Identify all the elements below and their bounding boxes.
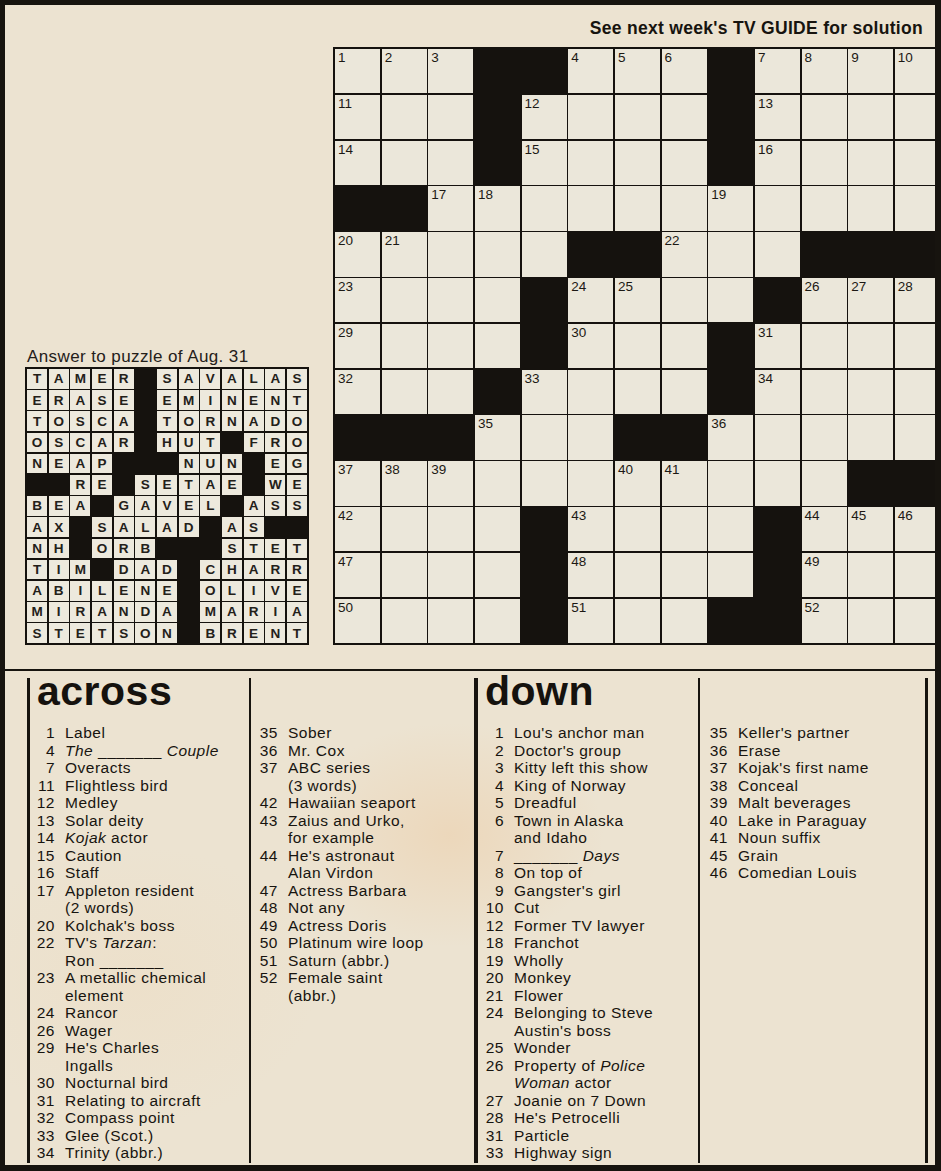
grid-cell-r3c7[interactable] — [615, 141, 660, 185]
clue-number-28: 28 — [898, 279, 913, 294]
grid-cell-r7c8[interactable] — [662, 324, 707, 368]
across-clue-14: 14Kojak actor — [33, 829, 247, 847]
grid-cell-r6c4[interactable] — [475, 278, 520, 322]
across-clue-34: 34Trinity (abbr.) — [33, 1144, 247, 1162]
grid-cell-r4c11[interactable] — [802, 186, 847, 230]
grid-cell-r2c1[interactable]: 11 — [335, 95, 380, 139]
grid-cell-r5c12 — [848, 232, 893, 276]
across-clue-text-22: TV's Tarzan:Ron _______ — [65, 934, 164, 969]
clue-number-35: 35 — [478, 416, 493, 431]
grid-cell-r12c12[interactable] — [848, 553, 893, 597]
grid-cell-r5c4[interactable] — [475, 232, 520, 276]
grid-cell-r5c2[interactable]: 21 — [382, 232, 427, 276]
grid-cell-r7c2[interactable] — [382, 324, 427, 368]
grid-cell-r12c7[interactable] — [615, 553, 660, 597]
grid-cell-r13c6[interactable]: 51 — [568, 599, 613, 643]
answer-cell-r7c1: B — [27, 496, 47, 516]
grid-cell-r11c11[interactable]: 44 — [802, 507, 847, 551]
grid-cell-r7c4[interactable] — [475, 324, 520, 368]
answer-cell-r6c4: E — [92, 475, 112, 495]
grid-cell-r4c5[interactable] — [522, 186, 567, 230]
across-clue-text-52: Female saint(abbr.) — [288, 969, 383, 1004]
answer-cell-r8c9 — [200, 517, 220, 537]
grid-cell-r9c11[interactable] — [802, 415, 847, 459]
answer-cell-r4c9: T — [200, 433, 220, 453]
clue-number-32: 32 — [338, 371, 353, 386]
grid-cell-r8c13[interactable] — [895, 370, 940, 414]
grid-cell-r13c12[interactable] — [848, 599, 893, 643]
answer-cell-r4c10 — [222, 433, 242, 453]
grid-cell-r4c9[interactable]: 19 — [708, 186, 753, 230]
grid-cell-r1c8[interactable]: 6 — [662, 49, 707, 93]
across-clue-text-15: Caution — [65, 847, 122, 865]
clue-number-15: 15 — [525, 142, 540, 157]
answer-cell-r2c11: E — [244, 390, 264, 410]
across-clue-30: 30Nocturnal bird — [33, 1074, 247, 1092]
grid-cell-r8c1[interactable]: 32 — [335, 370, 380, 414]
grid-cell-r12c4[interactable] — [475, 553, 520, 597]
across-clue-text-7: Overacts — [65, 759, 131, 777]
grid-cell-r12c9[interactable] — [708, 553, 753, 597]
down-clue-20: 20Monkey — [482, 969, 696, 987]
grid-cell-r9c2 — [382, 415, 427, 459]
grid-cell-r5c5[interactable] — [522, 232, 567, 276]
grid-cell-r2c5[interactable]: 12 — [522, 95, 567, 139]
grid-cell-r3c3[interactable] — [428, 141, 473, 185]
answer-cell-r1c2: A — [49, 369, 69, 389]
grid-cell-r12c8[interactable] — [662, 553, 707, 597]
grid-cell-r6c12[interactable]: 27 — [848, 278, 893, 322]
grid-cell-r5c9[interactable] — [708, 232, 753, 276]
grid-cell-r2c11[interactable] — [802, 95, 847, 139]
grid-cell-r6c1[interactable]: 23 — [335, 278, 380, 322]
grid-cell-r6c13[interactable]: 28 — [895, 278, 940, 322]
grid-cell-r2c7[interactable] — [615, 95, 660, 139]
grid-cell-r7c10[interactable]: 31 — [755, 324, 800, 368]
grid-cell-r11c8[interactable] — [662, 507, 707, 551]
grid-cell-r1c11[interactable]: 8 — [802, 49, 847, 93]
grid-cell-r8c6[interactable] — [568, 370, 613, 414]
grid-cell-r2c2[interactable] — [382, 95, 427, 139]
answer-cell-r7c13: S — [287, 496, 307, 516]
grid-cell-r7c1[interactable]: 29 — [335, 324, 380, 368]
answer-cell-r7c6: A — [135, 496, 155, 516]
grid-cell-r13c3[interactable] — [428, 599, 473, 643]
grid-cell-r13c8[interactable] — [662, 599, 707, 643]
answer-cell-r8c2: X — [49, 517, 69, 537]
column-rule — [925, 678, 928, 1163]
answer-cell-r11c7: E — [157, 581, 177, 601]
answer-cell-r13c10: R — [222, 623, 242, 643]
clue-number-38: 38 — [385, 462, 400, 477]
clue-number-12: 12 — [525, 96, 540, 111]
grid-cell-r12c1[interactable]: 47 — [335, 553, 380, 597]
answer-cell-r5c4: P — [92, 454, 112, 474]
clue-number-20: 20 — [338, 233, 353, 248]
across-clue-text-43: Zaius and Urko,for example — [288, 812, 405, 847]
down-clue-5: 5Dreadful — [482, 794, 696, 812]
across-clue-text-50: Platinum wire loop — [288, 934, 424, 952]
answer-cell-r3c1: T — [27, 411, 47, 431]
grid-cell-r12c5 — [522, 553, 567, 597]
grid-cell-r9c1 — [335, 415, 380, 459]
grid-cell-r5c7 — [615, 232, 660, 276]
clue-number-25: 25 — [618, 279, 633, 294]
answer-cell-r1c6 — [135, 369, 155, 389]
answer-cell-r9c4: O — [92, 539, 112, 559]
answer-cell-r11c9: O — [200, 581, 220, 601]
grid-cell-r1c10[interactable]: 7 — [755, 49, 800, 93]
down-clue-number-28: 28 — [482, 1109, 504, 1127]
grid-cell-r2c12[interactable] — [848, 95, 893, 139]
grid-cell-r11c9[interactable] — [708, 507, 753, 551]
down-clue-number-19: 19 — [482, 952, 504, 970]
grid-cell-r4c10[interactable] — [755, 186, 800, 230]
across-clue-number-26: 26 — [33, 1022, 55, 1040]
grid-cell-r3c6[interactable] — [568, 141, 613, 185]
grid-cell-r12c2[interactable] — [382, 553, 427, 597]
grid-cell-r13c1[interactable]: 50 — [335, 599, 380, 643]
across-clue-text-4: The _______ Couple — [65, 742, 219, 760]
grid-cell-r8c5[interactable]: 33 — [522, 370, 567, 414]
grid-cell-r3c13[interactable] — [895, 141, 940, 185]
across-clue-35: 35Sober — [256, 724, 472, 742]
across-clue-number-17: 17 — [33, 882, 55, 900]
clue-number-40: 40 — [618, 462, 633, 477]
answer-cell-r13c7: N — [157, 623, 177, 643]
grid-cell-r8c4 — [475, 370, 520, 414]
across-clue-31: 31Relating to aircraft — [33, 1092, 247, 1110]
grid-cell-r7c13[interactable] — [895, 324, 940, 368]
clue-number-46: 46 — [898, 508, 913, 523]
grid-cell-r1c6[interactable]: 4 — [568, 49, 613, 93]
across-clue-number-31: 31 — [33, 1092, 55, 1110]
grid-cell-r3c1[interactable]: 14 — [335, 141, 380, 185]
down-clue-text-20: Monkey — [514, 969, 571, 987]
grid-cell-r11c13[interactable]: 46 — [895, 507, 940, 551]
down-clue-number-12: 12 — [482, 917, 504, 935]
answer-cell-r9c6: B — [135, 539, 155, 559]
across-clue-42: 42Hawaiian seaport — [256, 794, 472, 812]
grid-cell-r8c8[interactable] — [662, 370, 707, 414]
grid-cell-r7c3[interactable] — [428, 324, 473, 368]
grid-cell-r6c3[interactable] — [428, 278, 473, 322]
down-clue-4: 4King of Norway — [482, 777, 696, 795]
answer-cell-r12c5: N — [114, 602, 134, 622]
grid-cell-r3c10[interactable]: 16 — [755, 141, 800, 185]
across-clue-number-29: 29 — [33, 1039, 55, 1057]
answer-cell-r7c4 — [92, 496, 112, 516]
grid-cell-r10c10[interactable] — [755, 461, 800, 505]
across-clue-number-49: 49 — [256, 917, 278, 935]
across-clue-text-33: Glee (Scot.) — [65, 1127, 154, 1145]
grid-cell-r5c1[interactable]: 20 — [335, 232, 380, 276]
grid-cell-r11c12[interactable]: 45 — [848, 507, 893, 551]
answer-cell-r12c13: A — [287, 602, 307, 622]
answer-cell-r6c8: T — [179, 475, 199, 495]
answer-cell-r4c7: H — [157, 433, 177, 453]
answer-cell-r8c1: A — [27, 517, 47, 537]
grid-cell-r13c13[interactable] — [895, 599, 940, 643]
across-clue-11: 11Flightless bird — [33, 777, 247, 795]
clue-number-52: 52 — [805, 600, 820, 615]
answer-cell-r2c7: E — [157, 390, 177, 410]
down-clue-number-33: 33 — [482, 1144, 504, 1162]
grid-cell-r6c7[interactable]: 25 — [615, 278, 660, 322]
answer-cell-r9c2: H — [49, 539, 69, 559]
down-clue-text-25: Wonder — [514, 1039, 571, 1057]
answer-cell-r3c3: S — [70, 411, 90, 431]
grid-cell-r11c2[interactable] — [382, 507, 427, 551]
grid-cell-r13c10 — [755, 599, 800, 643]
across-clue-number-23: 23 — [33, 969, 55, 987]
clue-number-47: 47 — [338, 554, 353, 569]
grid-cell-r8c2[interactable] — [382, 370, 427, 414]
answer-cell-r10c10: H — [222, 560, 242, 580]
grid-cell-r10c9[interactable] — [708, 461, 753, 505]
grid-cell-r12c3[interactable] — [428, 553, 473, 597]
magazine-puzzle-page: See next week's TV GUIDE for solution 12… — [0, 0, 941, 1171]
grid-cell-r7c11[interactable] — [802, 324, 847, 368]
grid-cell-r3c8[interactable] — [662, 141, 707, 185]
across-clue-number-16: 16 — [33, 864, 55, 882]
answer-cell-r11c12: V — [265, 581, 285, 601]
grid-cell-r8c7[interactable] — [615, 370, 660, 414]
clue-number-36: 36 — [711, 416, 726, 431]
across-clue-text-34: Trinity (abbr.) — [65, 1144, 163, 1162]
answer-cell-r3c10: N — [222, 411, 242, 431]
grid-cell-r7c7[interactable] — [615, 324, 660, 368]
grid-cell-r11c4[interactable] — [475, 507, 520, 551]
answer-cell-r7c9: L — [200, 496, 220, 516]
answer-cell-r9c11: T — [244, 539, 264, 559]
across-clue-1: 1Label — [33, 724, 247, 742]
answer-cell-r2c2: R — [49, 390, 69, 410]
down-clue-number-38: 38 — [706, 777, 728, 795]
grid-cell-r8c3[interactable] — [428, 370, 473, 414]
grid-cell-r2c10[interactable]: 13 — [755, 95, 800, 139]
clue-number-17: 17 — [431, 187, 446, 202]
answer-cell-r6c9: A — [200, 475, 220, 495]
across-clue-text-14: Kojak actor — [65, 829, 148, 847]
grid-cell-r13c7[interactable] — [615, 599, 660, 643]
grid-cell-r4c7[interactable] — [615, 186, 660, 230]
down-clue-text-31: Particle — [514, 1127, 570, 1145]
clue-number-3: 3 — [431, 50, 439, 65]
answer-cell-r2c1: E — [27, 390, 47, 410]
down-clue-number-21: 21 — [482, 987, 504, 1005]
clue-number-27: 27 — [851, 279, 866, 294]
down-clue-24: 24Belonging to SteveAustin's boss — [482, 1004, 696, 1039]
answer-cell-r3c11: A — [244, 411, 264, 431]
down-clue-number-40: 40 — [706, 812, 728, 830]
down-clue-text-18: Franchot — [514, 934, 579, 952]
grid-cell-r4c13[interactable] — [895, 186, 940, 230]
grid-cell-r2c8[interactable] — [662, 95, 707, 139]
answer-cell-r3c13: O — [287, 411, 307, 431]
clue-number-49: 49 — [805, 554, 820, 569]
answer-cell-r10c7: D — [157, 560, 177, 580]
grid-cell-r1c7[interactable]: 5 — [615, 49, 660, 93]
clue-number-6: 6 — [665, 50, 673, 65]
down-clue-number-41: 41 — [706, 829, 728, 847]
grid-cell-r12c13[interactable] — [895, 553, 940, 597]
grid-cell-r10c3[interactable]: 39 — [428, 461, 473, 505]
grid-cell-r8c10[interactable]: 34 — [755, 370, 800, 414]
down-clue-8: 8On top of — [482, 864, 696, 882]
grid-cell-r3c11[interactable] — [802, 141, 847, 185]
down-clue-text-40: Lake in Paraguay — [738, 812, 867, 830]
answer-cell-r6c13: E — [287, 475, 307, 495]
answer-cell-r1c5: R — [114, 369, 134, 389]
across-clue-text-42: Hawaiian seaport — [288, 794, 416, 812]
answer-cell-r2c12: N — [265, 390, 285, 410]
grid-cell-r2c6[interactable] — [568, 95, 613, 139]
grid-cell-r9c6[interactable] — [568, 415, 613, 459]
down-clue-number-45: 45 — [706, 847, 728, 865]
grid-cell-r4c6[interactable] — [568, 186, 613, 230]
answer-cell-r3c4: C — [92, 411, 112, 431]
grid-cell-r10c11[interactable] — [802, 461, 847, 505]
grid-cell-r4c4[interactable]: 18 — [475, 186, 520, 230]
answer-cell-r7c7: V — [157, 496, 177, 516]
clue-number-44: 44 — [805, 508, 820, 523]
grid-cell-r10c4[interactable] — [475, 461, 520, 505]
answer-cell-r4c13: O — [287, 433, 307, 453]
grid-cell-r5c10[interactable] — [755, 232, 800, 276]
grid-cell-r1c4 — [475, 49, 520, 93]
grid-cell-r10c1[interactable]: 37 — [335, 461, 380, 505]
down-clue-number-39: 39 — [706, 794, 728, 812]
grid-cell-r9c12[interactable] — [848, 415, 893, 459]
grid-cell-r9c8 — [662, 415, 707, 459]
grid-cell-r13c11[interactable]: 52 — [802, 599, 847, 643]
grid-cell-r6c8[interactable] — [662, 278, 707, 322]
clue-number-7: 7 — [758, 50, 766, 65]
across-clue-48: 48Not any — [256, 899, 472, 917]
grid-cell-r11c3[interactable] — [428, 507, 473, 551]
grid-cell-r9c13[interactable] — [895, 415, 940, 459]
answer-cell-r4c6 — [135, 433, 155, 453]
across-clue-44: 44He's astronautAlan Virdon — [256, 847, 472, 882]
answer-cell-r11c4: L — [92, 581, 112, 601]
grid-cell-r3c12[interactable] — [848, 141, 893, 185]
grid-cell-r1c3[interactable]: 3 — [428, 49, 473, 93]
across-header: across — [37, 671, 172, 712]
grid-cell-r10c2[interactable]: 38 — [382, 461, 427, 505]
grid-cell-r11c1[interactable]: 42 — [335, 507, 380, 551]
clue-number-1: 1 — [338, 50, 346, 65]
grid-cell-r9c5[interactable] — [522, 415, 567, 459]
clue-number-16: 16 — [758, 142, 773, 157]
grid-cell-r6c9[interactable] — [708, 278, 753, 322]
grid-cell-r9c9[interactable]: 36 — [708, 415, 753, 459]
down-clue-36: 36Erase — [706, 742, 924, 760]
grid-cell-r3c5[interactable]: 15 — [522, 141, 567, 185]
grid-cell-r4c3[interactable]: 17 — [428, 186, 473, 230]
grid-cell-r9c10[interactable] — [755, 415, 800, 459]
grid-cell-r1c1[interactable]: 1 — [335, 49, 380, 93]
across-clue-number-35: 35 — [256, 724, 278, 742]
answer-cell-r12c9: M — [200, 602, 220, 622]
grid-cell-r6c2[interactable] — [382, 278, 427, 322]
grid-cell-r12c11[interactable]: 49 — [802, 553, 847, 597]
down-clue-text-19: Wholly — [514, 952, 564, 970]
answer-cell-r12c2: I — [49, 602, 69, 622]
grid-cell-r13c4[interactable] — [475, 599, 520, 643]
grid-cell-r12c6[interactable]: 48 — [568, 553, 613, 597]
grid-cell-r7c12[interactable] — [848, 324, 893, 368]
grid-cell-r6c11[interactable]: 26 — [802, 278, 847, 322]
grid-cell-r3c2[interactable] — [382, 141, 427, 185]
grid-cell-r4c8[interactable] — [662, 186, 707, 230]
grid-cell-r1c12[interactable]: 9 — [848, 49, 893, 93]
answer-cell-r8c4: S — [92, 517, 112, 537]
grid-cell-r9c4[interactable]: 35 — [475, 415, 520, 459]
clue-number-13: 13 — [758, 96, 773, 111]
answer-cell-r6c7: E — [157, 475, 177, 495]
across-clue-32: 32Compass point — [33, 1109, 247, 1127]
grid-cell-r11c7[interactable] — [615, 507, 660, 551]
grid-cell-r6c6[interactable]: 24 — [568, 278, 613, 322]
grid-cell-r10c6[interactable] — [568, 461, 613, 505]
answer-cell-r12c7: A — [157, 602, 177, 622]
answer-cell-r13c4: T — [92, 623, 112, 643]
grid-cell-r5c3[interactable] — [428, 232, 473, 276]
grid-cell-r8c11[interactable] — [802, 370, 847, 414]
down-clue-7: 7_______ Days — [482, 847, 696, 865]
across-clue-47: 47Actress Barbara — [256, 882, 472, 900]
answer-cell-r7c8: E — [179, 496, 199, 516]
answer-cell-r7c11: A — [244, 496, 264, 516]
grid-cell-r5c13 — [895, 232, 940, 276]
answer-cell-r4c12: R — [265, 433, 285, 453]
answer-cell-r6c10: E — [222, 475, 242, 495]
grid-cell-r7c5 — [522, 324, 567, 368]
grid-cell-r10c8[interactable]: 41 — [662, 461, 707, 505]
grid-cell-r11c6[interactable]: 43 — [568, 507, 613, 551]
across-clue-number-33: 33 — [33, 1127, 55, 1145]
grid-cell-r10c7[interactable]: 40 — [615, 461, 660, 505]
answer-cell-r1c13: S — [287, 369, 307, 389]
answer-cell-r11c10: L — [222, 581, 242, 601]
clue-number-48: 48 — [571, 554, 586, 569]
grid-cell-r13c2[interactable] — [382, 599, 427, 643]
answer-cell-r11c5: E — [114, 581, 134, 601]
clue-number-26: 26 — [805, 279, 820, 294]
grid-cell-r5c8[interactable]: 22 — [662, 232, 707, 276]
across-clue-number-52: 52 — [256, 969, 278, 987]
grid-cell-r4c12[interactable] — [848, 186, 893, 230]
across-clue-number-7: 7 — [33, 759, 55, 777]
grid-cell-r10c5[interactable] — [522, 461, 567, 505]
grid-cell-r2c13[interactable] — [895, 95, 940, 139]
answer-cell-r13c12: N — [265, 623, 285, 643]
grid-cell-r1c2[interactable]: 2 — [382, 49, 427, 93]
across-clue-number-51: 51 — [256, 952, 278, 970]
clue-number-37: 37 — [338, 462, 353, 477]
grid-cell-r7c6[interactable]: 30 — [568, 324, 613, 368]
grid-cell-r2c3[interactable] — [428, 95, 473, 139]
grid-cell-r8c12[interactable] — [848, 370, 893, 414]
across-clue-52: 52Female saint(abbr.) — [256, 969, 472, 1004]
answer-cell-r4c3: C — [70, 433, 90, 453]
grid-cell-r1c13[interactable]: 10 — [895, 49, 940, 93]
across-clue-number-30: 30 — [33, 1074, 55, 1092]
answer-cell-r1c11: L — [244, 369, 264, 389]
down-clue-38: 38Conceal — [706, 777, 924, 795]
answer-cell-r10c3: M — [70, 560, 90, 580]
